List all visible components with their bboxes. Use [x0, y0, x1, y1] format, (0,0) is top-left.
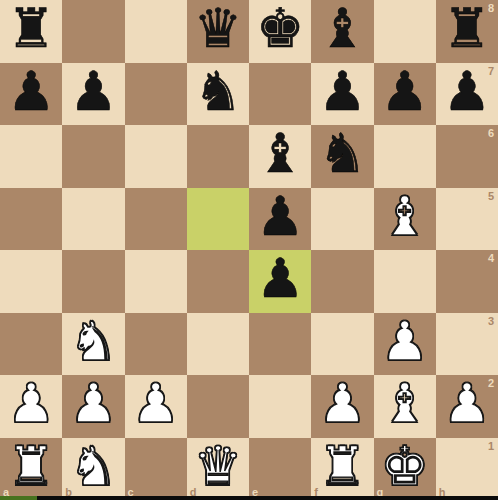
square-a3[interactable] [0, 313, 62, 376]
rank-label-8: 8 [488, 3, 494, 14]
piece-white-pawn-b2[interactable]: ♟ [69, 377, 117, 431]
square-f3[interactable] [311, 313, 373, 376]
piece-black-pawn-g7[interactable]: ♟ [380, 65, 428, 119]
piece-white-pawn-c2[interactable]: ♟ [131, 377, 179, 431]
piece-black-bishop-f8[interactable]: ♝ [318, 2, 366, 56]
square-e6[interactable]: ♝ [249, 125, 311, 188]
square-d4[interactable] [187, 250, 249, 313]
rank-label-7: 7 [488, 66, 494, 77]
piece-white-knight-b1[interactable]: ♞ [69, 440, 117, 494]
square-g3[interactable]: ♟ [374, 313, 436, 376]
piece-black-rook-h8[interactable]: ♜ [443, 2, 491, 56]
piece-white-pawn-g3[interactable]: ♟ [380, 315, 428, 369]
square-g1[interactable]: ♚g [374, 438, 436, 500]
piece-white-pawn-h2[interactable]: ♟ [443, 377, 491, 431]
square-a5[interactable] [0, 188, 62, 251]
chess-board-screenshot: ♜♛♚♝♜8♟♟♞♟♟♟7♝♞6♟♝5♟4♞♟3♟♟♟♟♝♟2♜a♞bc♛de♜… [0, 0, 498, 500]
square-h5[interactable]: 5 [436, 188, 498, 251]
square-c2[interactable]: ♟ [125, 375, 187, 438]
chess-board: ♜♛♚♝♜8♟♟♞♟♟♟7♝♞6♟♝5♟4♞♟3♟♟♟♟♝♟2♜a♞bc♛de♜… [0, 0, 498, 500]
square-e3[interactable] [249, 313, 311, 376]
piece-black-pawn-h7[interactable]: ♟ [443, 65, 491, 119]
piece-black-queen-d8[interactable]: ♛ [194, 2, 242, 56]
square-e5[interactable]: ♟ [249, 188, 311, 251]
piece-white-rook-f1[interactable]: ♜ [318, 440, 366, 494]
square-g5[interactable]: ♝ [374, 188, 436, 251]
square-f7[interactable]: ♟ [311, 63, 373, 126]
piece-black-pawn-e5[interactable]: ♟ [256, 190, 304, 244]
piece-white-rook-a1[interactable]: ♜ [7, 440, 55, 494]
square-b1[interactable]: ♞b [62, 438, 124, 500]
square-e2[interactable] [249, 375, 311, 438]
square-h7[interactable]: ♟7 [436, 63, 498, 126]
square-b5[interactable] [62, 188, 124, 251]
square-a8[interactable]: ♜ [0, 0, 62, 63]
rank-label-3: 3 [488, 316, 494, 327]
square-e7[interactable] [249, 63, 311, 126]
piece-black-knight-f6[interactable]: ♞ [318, 127, 366, 181]
rank-label-5: 5 [488, 191, 494, 202]
square-e4[interactable]: ♟ [249, 250, 311, 313]
square-c6[interactable] [125, 125, 187, 188]
square-g2[interactable]: ♝ [374, 375, 436, 438]
piece-black-pawn-e4[interactable]: ♟ [256, 252, 304, 306]
piece-white-knight-b3[interactable]: ♞ [69, 315, 117, 369]
square-f4[interactable] [311, 250, 373, 313]
square-a6[interactable] [0, 125, 62, 188]
square-g4[interactable] [374, 250, 436, 313]
piece-black-pawn-f7[interactable]: ♟ [318, 65, 366, 119]
piece-white-pawn-f2[interactable]: ♟ [318, 377, 366, 431]
square-c4[interactable] [125, 250, 187, 313]
media-progress-bar [0, 496, 498, 500]
square-b8[interactable] [62, 0, 124, 63]
square-a7[interactable]: ♟ [0, 63, 62, 126]
square-c8[interactable] [125, 0, 187, 63]
piece-black-knight-d7[interactable]: ♞ [194, 65, 242, 119]
piece-white-bishop-g5[interactable]: ♝ [380, 190, 428, 244]
square-e8[interactable]: ♚ [249, 0, 311, 63]
square-f5[interactable] [311, 188, 373, 251]
square-b3[interactable]: ♞ [62, 313, 124, 376]
square-f8[interactable]: ♝ [311, 0, 373, 63]
square-h8[interactable]: ♜8 [436, 0, 498, 63]
square-h4[interactable]: 4 [436, 250, 498, 313]
square-c3[interactable] [125, 313, 187, 376]
square-d7[interactable]: ♞ [187, 63, 249, 126]
square-c7[interactable] [125, 63, 187, 126]
square-f1[interactable]: ♜f [311, 438, 373, 500]
square-d6[interactable] [187, 125, 249, 188]
square-c5[interactable] [125, 188, 187, 251]
piece-white-bishop-g2[interactable]: ♝ [380, 377, 428, 431]
piece-black-king-e8[interactable]: ♚ [256, 2, 304, 56]
square-b4[interactable] [62, 250, 124, 313]
rank-label-2: 2 [488, 378, 494, 389]
square-g7[interactable]: ♟ [374, 63, 436, 126]
square-c1[interactable]: c [125, 438, 187, 500]
square-h1[interactable]: 1h [436, 438, 498, 500]
square-d5[interactable] [187, 188, 249, 251]
square-b6[interactable] [62, 125, 124, 188]
media-progress-fill [0, 496, 37, 500]
rank-label-4: 4 [488, 253, 494, 264]
square-g8[interactable] [374, 0, 436, 63]
square-f6[interactable]: ♞ [311, 125, 373, 188]
rank-label-1: 1 [488, 441, 494, 452]
square-d8[interactable]: ♛ [187, 0, 249, 63]
square-d2[interactable] [187, 375, 249, 438]
square-b7[interactable]: ♟ [62, 63, 124, 126]
square-g6[interactable] [374, 125, 436, 188]
square-d1[interactable]: ♛d [187, 438, 249, 500]
square-d3[interactable] [187, 313, 249, 376]
piece-white-king-g1[interactable]: ♚ [380, 440, 428, 494]
piece-black-rook-a8[interactable]: ♜ [7, 2, 55, 56]
piece-black-pawn-b7[interactable]: ♟ [69, 65, 117, 119]
square-a1[interactable]: ♜a [0, 438, 62, 500]
square-b2[interactable]: ♟ [62, 375, 124, 438]
square-a2[interactable]: ♟ [0, 375, 62, 438]
square-h3[interactable]: 3 [436, 313, 498, 376]
square-h6[interactable]: 6 [436, 125, 498, 188]
piece-white-pawn-a2[interactable]: ♟ [7, 377, 55, 431]
piece-white-queen-d1[interactable]: ♛ [194, 440, 242, 494]
square-f2[interactable]: ♟ [311, 375, 373, 438]
square-e1[interactable]: e [249, 438, 311, 500]
square-h2[interactable]: ♟2 [436, 375, 498, 438]
rank-label-6: 6 [488, 128, 494, 139]
square-a4[interactable] [0, 250, 62, 313]
piece-black-pawn-a7[interactable]: ♟ [7, 65, 55, 119]
piece-black-bishop-e6[interactable]: ♝ [256, 127, 304, 181]
